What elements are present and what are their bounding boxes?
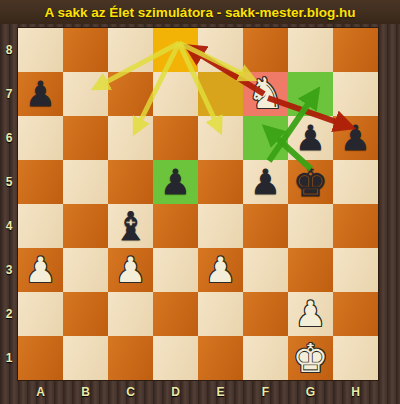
- rank-label-3: 3: [0, 248, 18, 292]
- square-g3[interactable]: [288, 248, 333, 292]
- square-e7[interactable]: [198, 72, 243, 116]
- square-b2[interactable]: [63, 292, 108, 336]
- square-h6[interactable]: ♟: [333, 116, 378, 160]
- square-g4[interactable]: [288, 204, 333, 248]
- rank-label-7: 7: [0, 72, 18, 116]
- square-a1[interactable]: [18, 336, 63, 380]
- square-b4[interactable]: [63, 204, 108, 248]
- page-title: A sakk az Élet szimulátora - sakk-mester…: [0, 0, 400, 24]
- square-f5[interactable]: ♟: [243, 160, 288, 204]
- piece-white-pawn[interactable]: ♟: [205, 248, 236, 292]
- square-f6[interactable]: [243, 116, 288, 160]
- square-a4[interactable]: [18, 204, 63, 248]
- piece-white-pawn[interactable]: ♟: [115, 248, 146, 292]
- piece-black-pawn[interactable]: ♟: [160, 160, 191, 204]
- chess-diagram: A sakk az Élet szimulátora - sakk-mester…: [0, 0, 400, 404]
- file-labels: ABCDEFGH: [18, 380, 378, 404]
- piece-white-knight[interactable]: ♞: [247, 72, 285, 116]
- piece-white-king[interactable]: ♚: [293, 336, 329, 380]
- square-c8[interactable]: [108, 28, 153, 72]
- square-e3[interactable]: ♟: [198, 248, 243, 292]
- rank-label-4: 4: [0, 204, 18, 248]
- square-d6[interactable]: [153, 116, 198, 160]
- square-a3[interactable]: ♟: [18, 248, 63, 292]
- file-label-b: B: [63, 380, 108, 404]
- square-h3[interactable]: [333, 248, 378, 292]
- piece-black-king[interactable]: ♚: [293, 160, 329, 204]
- square-b3[interactable]: [63, 248, 108, 292]
- rank-label-8: 8: [0, 28, 18, 72]
- square-a7[interactable]: ♟: [18, 72, 63, 116]
- square-b8[interactable]: [63, 28, 108, 72]
- square-e8[interactable]: [198, 28, 243, 72]
- square-e6[interactable]: [198, 116, 243, 160]
- rank-label-2: 2: [0, 292, 18, 336]
- file-label-h: H: [333, 380, 378, 404]
- square-a8[interactable]: [18, 28, 63, 72]
- file-label-f: F: [243, 380, 288, 404]
- square-b1[interactable]: [63, 336, 108, 380]
- rank-label-5: 5: [0, 160, 18, 204]
- square-g6[interactable]: ♟: [288, 116, 333, 160]
- piece-black-pawn[interactable]: ♟: [340, 116, 371, 160]
- square-h7[interactable]: [333, 72, 378, 116]
- square-f3[interactable]: [243, 248, 288, 292]
- square-h8[interactable]: [333, 28, 378, 72]
- square-d3[interactable]: [153, 248, 198, 292]
- square-f7[interactable]: ♞: [243, 72, 288, 116]
- square-c2[interactable]: [108, 292, 153, 336]
- square-d7[interactable]: [153, 72, 198, 116]
- square-c7[interactable]: [108, 72, 153, 116]
- piece-black-pawn[interactable]: ♟: [25, 72, 56, 116]
- square-e2[interactable]: [198, 292, 243, 336]
- square-b7[interactable]: [63, 72, 108, 116]
- piece-white-pawn[interactable]: ♟: [295, 292, 326, 336]
- board-squares: ♟♞♟♟♟♟♚♝♟♟♟♟♚: [18, 28, 378, 380]
- square-c3[interactable]: ♟: [108, 248, 153, 292]
- square-f8[interactable]: [243, 28, 288, 72]
- chess-board: ♟♞♟♟♟♟♚♝♟♟♟♟♚: [18, 28, 378, 380]
- square-h1[interactable]: [333, 336, 378, 380]
- square-g7[interactable]: [288, 72, 333, 116]
- file-label-g: G: [288, 380, 333, 404]
- square-f4[interactable]: [243, 204, 288, 248]
- piece-black-bishop[interactable]: ♝: [113, 204, 149, 248]
- square-h5[interactable]: [333, 160, 378, 204]
- square-g1[interactable]: ♚: [288, 336, 333, 380]
- square-h4[interactable]: [333, 204, 378, 248]
- square-g5[interactable]: ♚: [288, 160, 333, 204]
- rank-label-6: 6: [0, 116, 18, 160]
- square-c6[interactable]: [108, 116, 153, 160]
- square-a2[interactable]: [18, 292, 63, 336]
- square-d1[interactable]: [153, 336, 198, 380]
- rank-labels: 87654321: [0, 28, 18, 380]
- square-d4[interactable]: [153, 204, 198, 248]
- piece-black-pawn[interactable]: ♟: [250, 160, 281, 204]
- rank-label-1: 1: [0, 336, 18, 380]
- square-d5[interactable]: ♟: [153, 160, 198, 204]
- square-c4[interactable]: ♝: [108, 204, 153, 248]
- square-e4[interactable]: [198, 204, 243, 248]
- square-d8[interactable]: [153, 28, 198, 72]
- square-d2[interactable]: [153, 292, 198, 336]
- square-e1[interactable]: [198, 336, 243, 380]
- square-f2[interactable]: [243, 292, 288, 336]
- square-a6[interactable]: [18, 116, 63, 160]
- square-g8[interactable]: [288, 28, 333, 72]
- square-e5[interactable]: [198, 160, 243, 204]
- file-label-d: D: [153, 380, 198, 404]
- file-label-a: A: [18, 380, 63, 404]
- square-g2[interactable]: ♟: [288, 292, 333, 336]
- square-c5[interactable]: [108, 160, 153, 204]
- square-b5[interactable]: [63, 160, 108, 204]
- square-h2[interactable]: [333, 292, 378, 336]
- square-a5[interactable]: [18, 160, 63, 204]
- file-label-c: C: [108, 380, 153, 404]
- square-b6[interactable]: [63, 116, 108, 160]
- square-f1[interactable]: [243, 336, 288, 380]
- piece-white-pawn[interactable]: ♟: [25, 248, 56, 292]
- piece-black-pawn[interactable]: ♟: [295, 116, 326, 160]
- file-label-e: E: [198, 380, 243, 404]
- square-c1[interactable]: [108, 336, 153, 380]
